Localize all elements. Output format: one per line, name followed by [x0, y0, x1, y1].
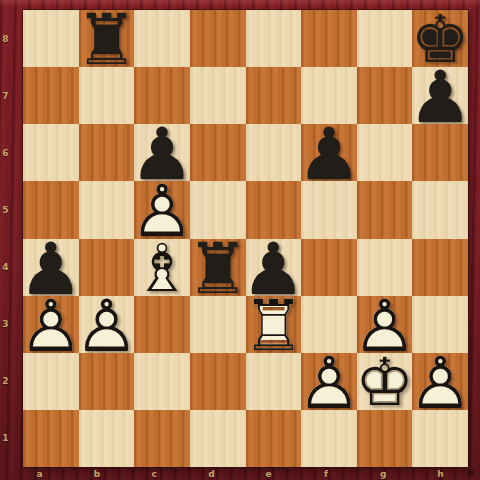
square-g7[interactable] [357, 67, 413, 124]
square-e7[interactable] [246, 67, 302, 124]
square-b1[interactable] [79, 410, 135, 467]
white-pawn[interactable]: ♟♙ [79, 296, 135, 353]
square-a8[interactable] [23, 10, 79, 67]
white-pawn[interactable]: ♟♙ [301, 353, 357, 410]
piece-outline-glyph: ♔ [357, 353, 413, 410]
piece-glyph: ♜ [79, 10, 135, 67]
black-pawn[interactable]: ♟ [301, 124, 357, 181]
piece-outline-glyph: ♙ [79, 296, 135, 353]
square-f8[interactable] [301, 10, 357, 67]
file-label-e: e [240, 467, 297, 480]
square-h4[interactable] [412, 239, 468, 296]
square-d6[interactable] [190, 124, 246, 181]
square-h5[interactable] [412, 181, 468, 238]
square-c3[interactable] [134, 296, 190, 353]
square-a2[interactable] [23, 353, 79, 410]
black-rook[interactable]: ♜ [190, 239, 246, 296]
white-pawn[interactable]: ♟♙ [23, 296, 79, 353]
black-pawn[interactable]: ♟ [412, 67, 468, 124]
rank-label-3: 3 [0, 296, 11, 353]
square-a6[interactable] [23, 124, 79, 181]
square-d8[interactable] [190, 10, 246, 67]
white-rook[interactable]: ♜♖ [246, 296, 302, 353]
square-b3[interactable]: ♟♙ [79, 296, 135, 353]
rank-label-4: 4 [0, 239, 11, 296]
square-e1[interactable] [246, 410, 302, 467]
square-a7[interactable] [23, 67, 79, 124]
square-d4[interactable]: ♜ [190, 239, 246, 296]
board-frame: ♜♚♟♟♟♟♙♟♝♗♜♟♟♙♟♙♜♖♟♙♟♙♚♔♟♙ abcdefgh 8765… [0, 0, 480, 480]
square-e3[interactable]: ♜♖ [246, 296, 302, 353]
square-b7[interactable] [79, 67, 135, 124]
piece-glyph: ♟ [412, 67, 468, 124]
rank-label-2: 2 [0, 353, 11, 410]
file-label-h: h [412, 467, 469, 480]
rank-label-6: 6 [0, 124, 11, 181]
square-f1[interactable] [301, 410, 357, 467]
square-f2[interactable]: ♟♙ [301, 353, 357, 410]
square-d7[interactable] [190, 67, 246, 124]
file-label-d: d [183, 467, 240, 480]
square-h2[interactable]: ♟♙ [412, 353, 468, 410]
square-h6[interactable] [412, 124, 468, 181]
square-d2[interactable] [190, 353, 246, 410]
square-b2[interactable] [79, 353, 135, 410]
piece-outline-glyph: ♙ [23, 296, 79, 353]
rank-label-8: 8 [0, 10, 11, 67]
board: ♜♚♟♟♟♟♙♟♝♗♜♟♟♙♟♙♜♖♟♙♟♙♚♔♟♙ [23, 10, 468, 467]
square-b8[interactable]: ♜ [79, 10, 135, 67]
frame-corner-mark [468, 469, 476, 477]
piece-outline-glyph: ♙ [412, 353, 468, 410]
black-rook[interactable]: ♜ [79, 10, 135, 67]
square-g6[interactable] [357, 124, 413, 181]
square-h1[interactable] [412, 410, 468, 467]
rank-labels: 87654321 [0, 10, 11, 467]
square-g2[interactable]: ♚♔ [357, 353, 413, 410]
white-pawn[interactable]: ♟♙ [412, 353, 468, 410]
square-g8[interactable] [357, 10, 413, 67]
square-e2[interactable] [246, 353, 302, 410]
file-label-g: g [355, 467, 412, 480]
piece-outline-glyph: ♗ [134, 239, 190, 296]
rank-label-1: 1 [0, 410, 11, 467]
square-g5[interactable] [357, 181, 413, 238]
piece-glyph: ♜ [190, 239, 246, 296]
file-label-a: a [11, 467, 68, 480]
square-h7[interactable]: ♟ [412, 67, 468, 124]
square-c1[interactable] [134, 410, 190, 467]
white-bishop[interactable]: ♝♗ [134, 239, 190, 296]
square-f6[interactable]: ♟ [301, 124, 357, 181]
square-d3[interactable] [190, 296, 246, 353]
square-f5[interactable] [301, 181, 357, 238]
square-d1[interactable] [190, 410, 246, 467]
square-c8[interactable] [134, 10, 190, 67]
square-c2[interactable] [134, 353, 190, 410]
square-g1[interactable] [357, 410, 413, 467]
square-c4[interactable]: ♝♗ [134, 239, 190, 296]
piece-glyph: ♟ [301, 124, 357, 181]
piece-outline-glyph: ♙ [301, 353, 357, 410]
square-f4[interactable] [301, 239, 357, 296]
rank-label-5: 5 [0, 181, 11, 238]
square-b5[interactable] [79, 181, 135, 238]
file-label-b: b [68, 467, 125, 480]
square-b6[interactable] [79, 124, 135, 181]
rank-label-7: 7 [0, 67, 11, 124]
piece-outline-glyph: ♖ [246, 296, 302, 353]
file-label-f: f [297, 467, 354, 480]
square-e6[interactable] [246, 124, 302, 181]
square-a3[interactable]: ♟♙ [23, 296, 79, 353]
square-e8[interactable] [246, 10, 302, 67]
file-labels: abcdefgh [11, 467, 469, 480]
square-a1[interactable] [23, 410, 79, 467]
file-label-c: c [126, 467, 183, 480]
white-king[interactable]: ♚♔ [357, 353, 413, 410]
